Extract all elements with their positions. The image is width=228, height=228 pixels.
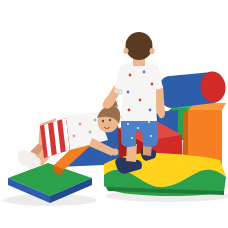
boy-shirt-print-dot: [151, 83, 154, 86]
scene-canvas: [0, 0, 228, 228]
soft-play-product-photo: [0, 0, 228, 228]
boy-shirt-print-dot: [129, 74, 132, 77]
girl-shirt-print-dot: [89, 131, 92, 134]
girl-shirt-print-dot: [94, 119, 97, 122]
boy-shirt-print-dot: [127, 91, 130, 94]
boy-shirt-print-dot: [149, 109, 152, 112]
boy-shorts-print-dot: [127, 123, 129, 125]
boy-shirt-print-dot: [143, 71, 146, 74]
girl-eye: [102, 120, 104, 122]
boy-shirt-print-dot: [139, 99, 142, 102]
boy-shorts-print-dot: [131, 137, 133, 139]
boy-ear: [150, 48, 155, 54]
boy-shorts-print-dot: [137, 127, 139, 129]
boy-shorts-print-dot: [148, 121, 150, 123]
boy-hair: [126, 32, 153, 60]
boy-ear: [124, 48, 129, 54]
boy-hand-left: [103, 102, 110, 109]
girl-eye: [109, 119, 111, 121]
boy-shirt-print-dot: [128, 109, 131, 112]
girl-shirt-print-dot: [73, 135, 76, 138]
boy-shorts-print-dot: [150, 135, 152, 137]
girl-shirt-print-dot: [79, 123, 82, 126]
girl-hand: [112, 149, 119, 156]
